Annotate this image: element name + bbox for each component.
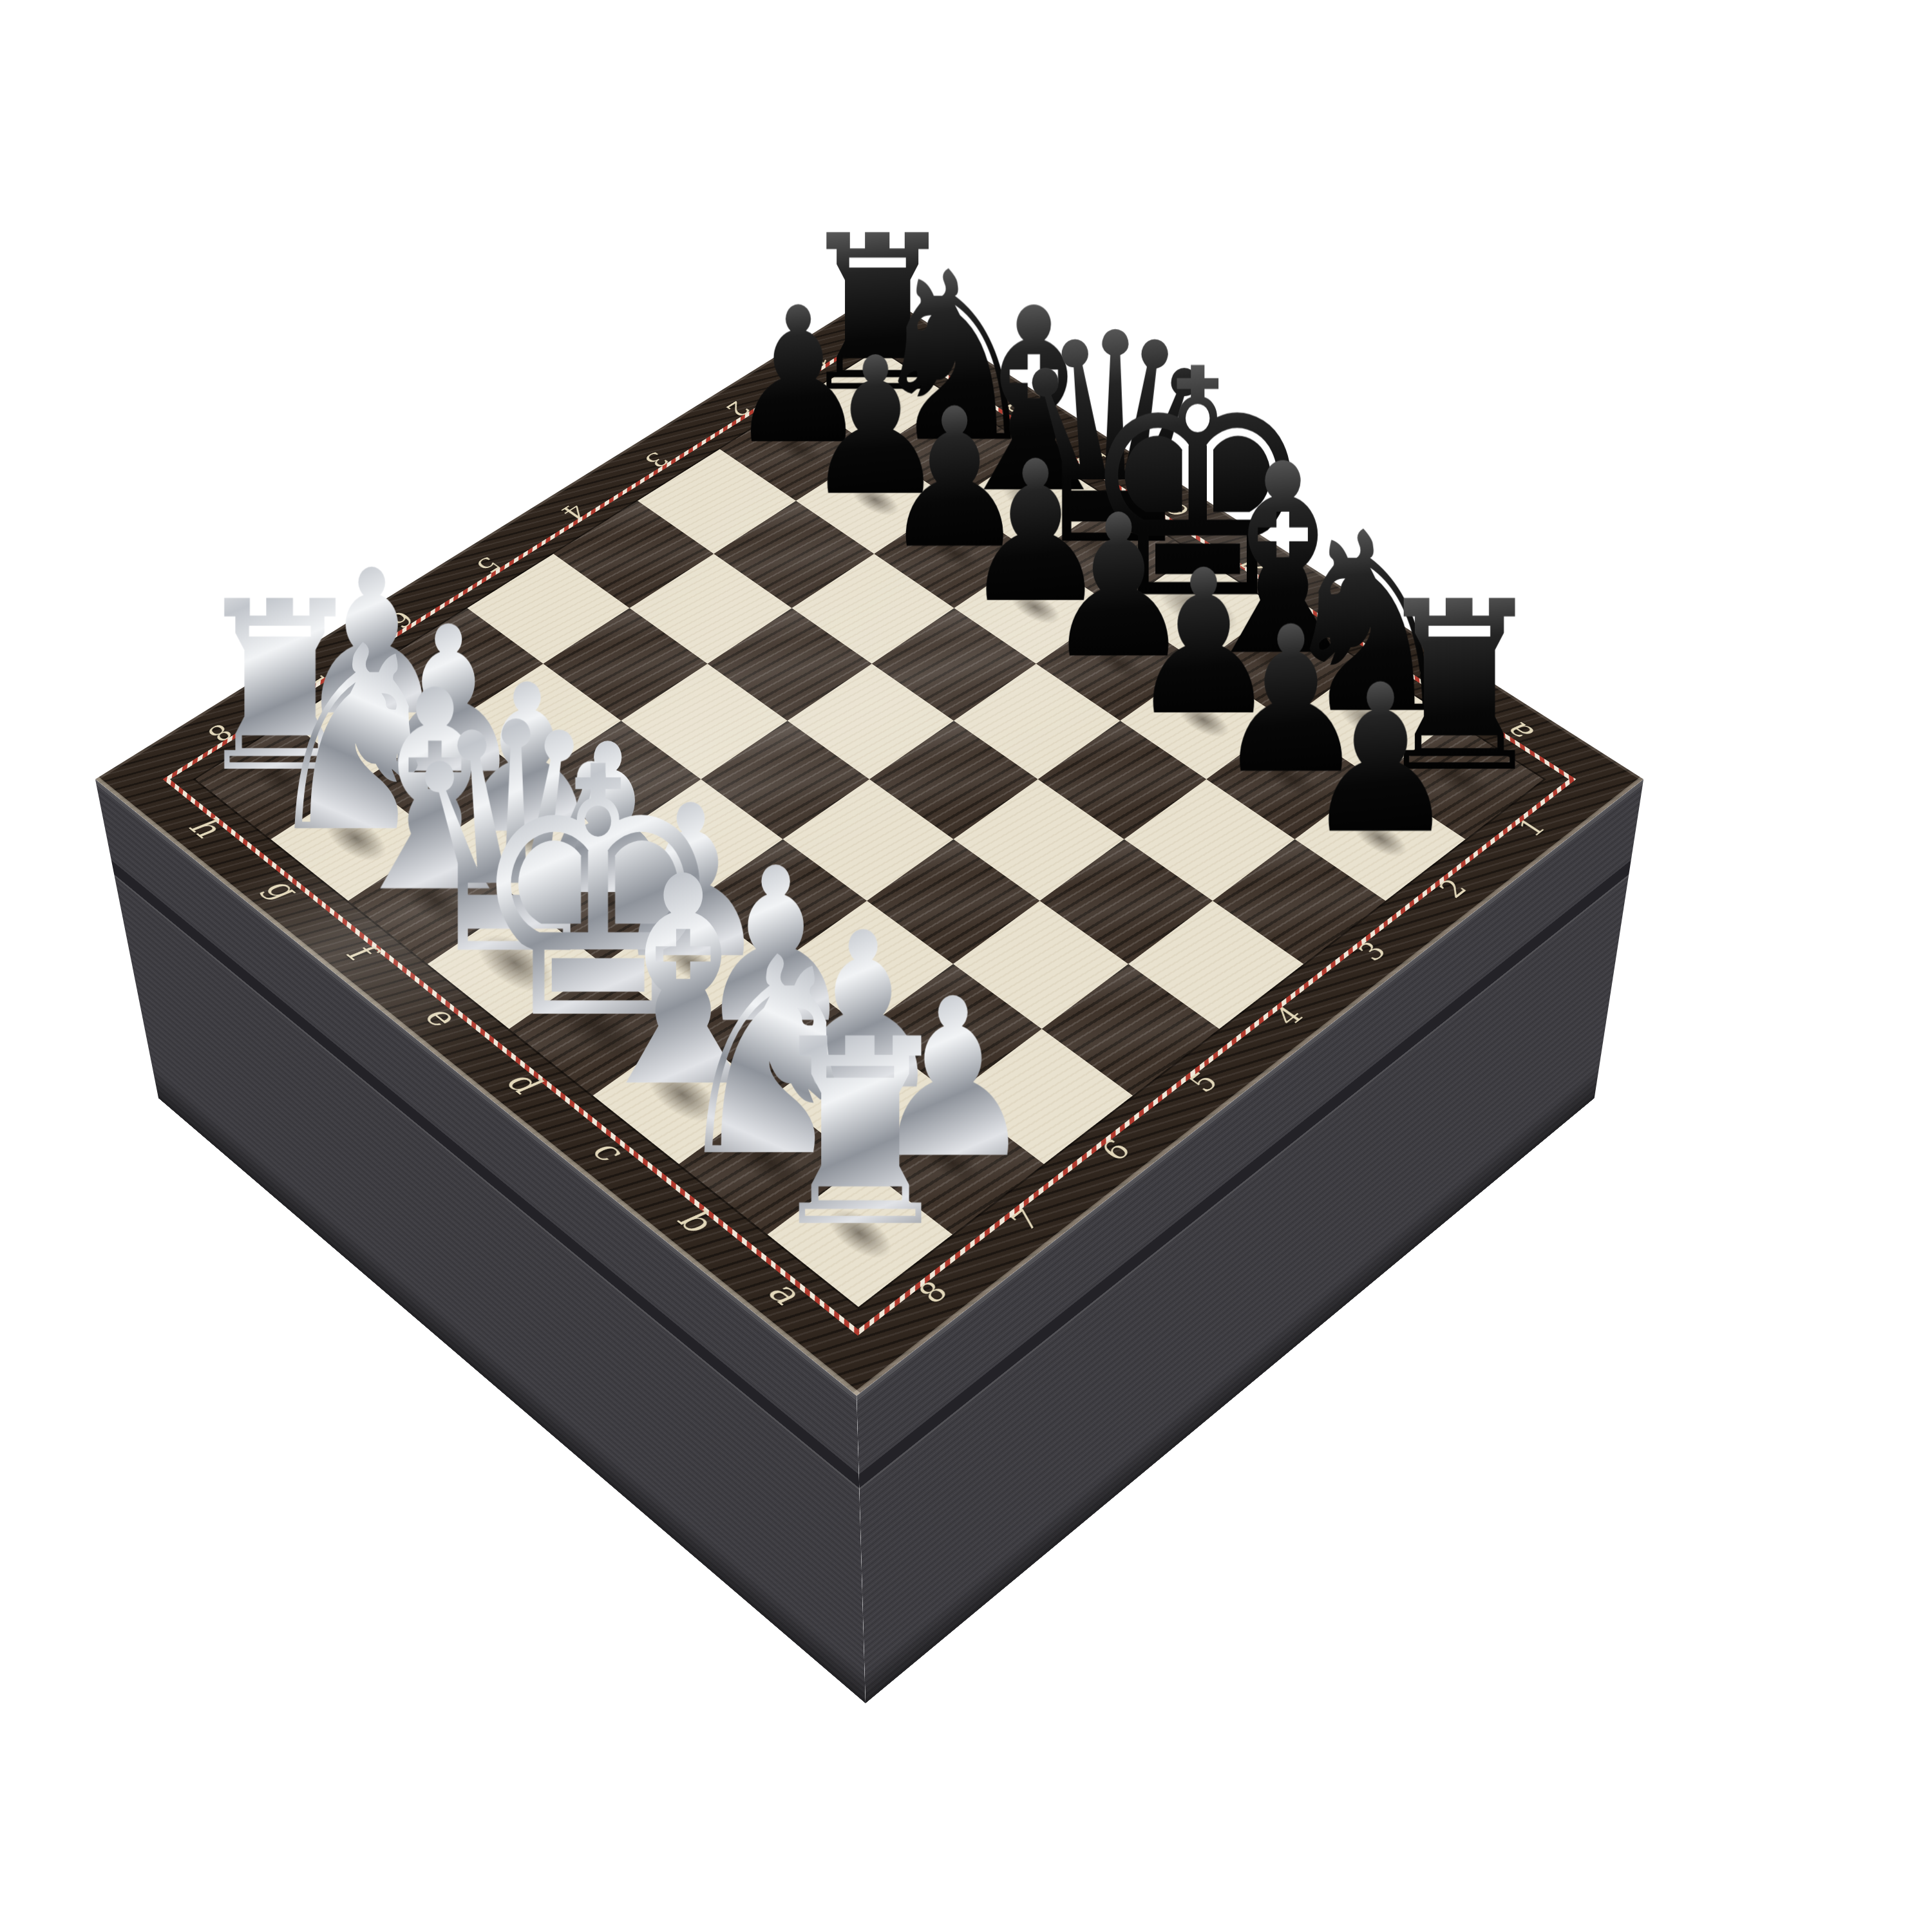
black-pawn-icon: ♟ — [1192, 679, 1568, 839]
white-rook-icon: ♜ — [656, 1034, 1064, 1235]
chess-board-box: hh11gg22ff33ee44dd55cc66bb77aa88 ♜♞♝♛♚♝♞… — [95, 292, 1643, 1396]
photo-stage: hh11gg22ff33ee44dd55cc66bb77aa88 ♜♞♝♛♚♝♞… — [0, 0, 1932, 1932]
chess-set-product-photo: Product photo: metal Staunton chess set … — [0, 0, 1932, 1932]
